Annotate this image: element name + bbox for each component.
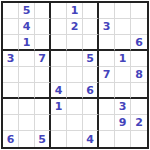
cell-r9c3-given[interactable]: 5 xyxy=(35,131,51,147)
cell-r6c1[interactable] xyxy=(3,83,19,99)
cell-r4c7[interactable] xyxy=(99,51,115,67)
cell-r7c6[interactable] xyxy=(83,99,99,115)
cell-r4c5[interactable] xyxy=(67,51,83,67)
cell-r1c4[interactable] xyxy=(51,3,67,19)
cell-r9c1-given[interactable]: 6 xyxy=(3,131,19,147)
cell-r4c3-given[interactable]: 7 xyxy=(35,51,51,67)
cell-r9c6-given[interactable]: 4 xyxy=(83,131,99,147)
cell-r3c6[interactable] xyxy=(83,35,99,51)
cell-r2c4[interactable] xyxy=(51,19,67,35)
cell-r3c7[interactable] xyxy=(99,35,115,51)
cell-r2c2-given[interactable]: 4 xyxy=(19,19,35,35)
cell-r4c1-given[interactable]: 3 xyxy=(3,51,19,67)
cell-r6c3[interactable] xyxy=(35,83,51,99)
cell-r8c3[interactable] xyxy=(35,115,51,131)
cell-r9c5[interactable] xyxy=(67,131,83,147)
cell-r3c2-given[interactable]: 1 xyxy=(19,35,35,51)
cell-r6c9[interactable] xyxy=(131,83,147,99)
cell-r1c2-given[interactable]: 5 xyxy=(19,3,35,19)
cell-r1c9[interactable] xyxy=(131,3,147,19)
cell-r2c6[interactable] xyxy=(83,19,99,35)
cell-r7c4-given[interactable]: 1 xyxy=(51,99,67,115)
cell-r7c7[interactable] xyxy=(99,99,115,115)
cell-r3c9-given[interactable]: 6 xyxy=(131,35,147,51)
cell-r3c1[interactable] xyxy=(3,35,19,51)
cell-r7c1[interactable] xyxy=(3,99,19,115)
cell-r5c4[interactable] xyxy=(51,67,67,83)
cell-r7c9[interactable] xyxy=(131,99,147,115)
cell-r6c8[interactable] xyxy=(115,83,131,99)
cell-r5c7-given[interactable]: 7 xyxy=(99,67,115,83)
cell-r3c3[interactable] xyxy=(35,35,51,51)
cell-r5c6[interactable] xyxy=(83,67,99,83)
cell-r2c7-given[interactable]: 3 xyxy=(99,19,115,35)
cell-r5c1[interactable] xyxy=(3,67,19,83)
sudoku-board: 5142316375178461392654 xyxy=(1,1,149,149)
cell-r9c2[interactable] xyxy=(19,131,35,147)
cell-r2c5-given[interactable]: 2 xyxy=(67,19,83,35)
cell-r5c8[interactable] xyxy=(115,67,131,83)
cell-r8c5[interactable] xyxy=(67,115,83,131)
cell-r5c2[interactable] xyxy=(19,67,35,83)
cell-r1c7[interactable] xyxy=(99,3,115,19)
cell-r3c4[interactable] xyxy=(51,35,67,51)
cell-r1c5-given[interactable]: 1 xyxy=(67,3,83,19)
cell-r6c7[interactable] xyxy=(99,83,115,99)
cell-r8c8-given[interactable]: 9 xyxy=(115,115,131,131)
cell-r1c1[interactable] xyxy=(3,3,19,19)
cell-r8c4[interactable] xyxy=(51,115,67,131)
cell-r6c5[interactable] xyxy=(67,83,83,99)
cell-r7c8-given[interactable]: 3 xyxy=(115,99,131,115)
cell-r7c2[interactable] xyxy=(19,99,35,115)
cell-r2c8[interactable] xyxy=(115,19,131,35)
cell-r3c8[interactable] xyxy=(115,35,131,51)
cell-r4c9[interactable] xyxy=(131,51,147,67)
cell-r9c8[interactable] xyxy=(115,131,131,147)
cell-r1c6[interactable] xyxy=(83,3,99,19)
cell-r9c4[interactable] xyxy=(51,131,67,147)
cell-r6c2[interactable] xyxy=(19,83,35,99)
cell-r6c4-given[interactable]: 4 xyxy=(51,83,67,99)
cell-r1c8[interactable] xyxy=(115,3,131,19)
cell-r3c5[interactable] xyxy=(67,35,83,51)
cell-r5c5[interactable] xyxy=(67,67,83,83)
cell-r9c9[interactable] xyxy=(131,131,147,147)
cell-r8c1[interactable] xyxy=(3,115,19,131)
cell-r8c2[interactable] xyxy=(19,115,35,131)
cell-r7c3[interactable] xyxy=(35,99,51,115)
cell-r8c7[interactable] xyxy=(99,115,115,131)
cell-r6c6-given[interactable]: 6 xyxy=(83,83,99,99)
cell-r4c6-given[interactable]: 5 xyxy=(83,51,99,67)
cell-r4c4[interactable] xyxy=(51,51,67,67)
cell-r7c5[interactable] xyxy=(67,99,83,115)
cell-r1c3[interactable] xyxy=(35,3,51,19)
sudoku-page: 5142316375178461392654 xyxy=(0,0,150,150)
cell-r5c9-given[interactable]: 8 xyxy=(131,67,147,83)
cell-r4c2[interactable] xyxy=(19,51,35,67)
cell-r2c3[interactable] xyxy=(35,19,51,35)
cell-r2c9[interactable] xyxy=(131,19,147,35)
cell-r4c8-given[interactable]: 1 xyxy=(115,51,131,67)
cell-r5c3[interactable] xyxy=(35,67,51,83)
cell-r9c7[interactable] xyxy=(99,131,115,147)
cell-r8c6[interactable] xyxy=(83,115,99,131)
cell-r8c9-given[interactable]: 2 xyxy=(131,115,147,131)
cell-r2c1[interactable] xyxy=(3,19,19,35)
